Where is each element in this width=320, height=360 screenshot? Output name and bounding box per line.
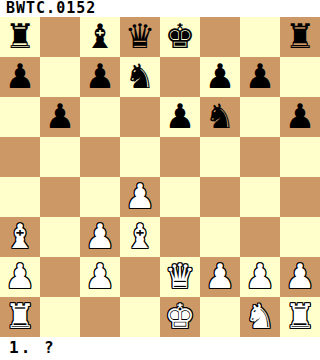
piece-black-pawn: ♟ <box>245 56 275 96</box>
square-e6[interactable]: ♟ <box>160 97 200 137</box>
square-b5[interactable] <box>40 137 80 177</box>
square-b2[interactable] <box>40 257 80 297</box>
square-b3[interactable] <box>40 217 80 257</box>
square-c1[interactable] <box>80 297 120 337</box>
square-h2[interactable]: ♟ <box>280 257 320 297</box>
square-g8[interactable] <box>240 17 280 57</box>
square-c5[interactable] <box>80 137 120 177</box>
piece-black-rook: ♜ <box>5 16 35 56</box>
square-f1[interactable] <box>200 297 240 337</box>
square-h6[interactable]: ♟ <box>280 97 320 137</box>
piece-white-pawn: ♟ <box>125 176 155 216</box>
square-f3[interactable] <box>200 217 240 257</box>
square-e1[interactable]: ♚ <box>160 297 200 337</box>
square-f4[interactable] <box>200 177 240 217</box>
square-e5[interactable] <box>160 137 200 177</box>
piece-white-bishop: ♝ <box>125 216 155 256</box>
square-d2[interactable] <box>120 257 160 297</box>
square-b4[interactable] <box>40 177 80 217</box>
square-f2[interactable]: ♟ <box>200 257 240 297</box>
square-b7[interactable] <box>40 57 80 97</box>
piece-white-rook: ♜ <box>5 296 35 336</box>
square-b1[interactable] <box>40 297 80 337</box>
square-a6[interactable] <box>0 97 40 137</box>
square-c6[interactable] <box>80 97 120 137</box>
piece-white-pawn: ♟ <box>5 256 35 296</box>
square-h1[interactable]: ♜ <box>280 297 320 337</box>
piece-white-bishop: ♝ <box>5 216 35 256</box>
square-f8[interactable] <box>200 17 240 57</box>
piece-black-knight: ♞ <box>125 56 155 96</box>
square-e7[interactable] <box>160 57 200 97</box>
square-d4[interactable]: ♟ <box>120 177 160 217</box>
piece-black-knight: ♞ <box>205 96 235 136</box>
square-e4[interactable] <box>160 177 200 217</box>
square-f5[interactable] <box>200 137 240 177</box>
square-d7[interactable]: ♞ <box>120 57 160 97</box>
piece-black-pawn: ♟ <box>165 96 195 136</box>
piece-black-queen: ♛ <box>125 16 155 56</box>
piece-black-king: ♚ <box>165 16 195 56</box>
piece-white-rook: ♜ <box>285 296 315 336</box>
square-d8[interactable]: ♛ <box>120 17 160 57</box>
square-d1[interactable] <box>120 297 160 337</box>
square-g7[interactable]: ♟ <box>240 57 280 97</box>
piece-white-pawn: ♟ <box>85 216 115 256</box>
square-g2[interactable]: ♟ <box>240 257 280 297</box>
piece-black-rook: ♜ <box>285 16 315 56</box>
square-b6[interactable]: ♟ <box>40 97 80 137</box>
square-d5[interactable] <box>120 137 160 177</box>
square-g3[interactable] <box>240 217 280 257</box>
square-a3[interactable]: ♝ <box>0 217 40 257</box>
square-c8[interactable]: ♝ <box>80 17 120 57</box>
square-g5[interactable] <box>240 137 280 177</box>
move-prompt: 1. ? <box>0 337 320 360</box>
square-a4[interactable] <box>0 177 40 217</box>
piece-white-knight: ♞ <box>245 296 275 336</box>
square-f6[interactable]: ♞ <box>200 97 240 137</box>
square-a1[interactable]: ♜ <box>0 297 40 337</box>
square-a2[interactable]: ♟ <box>0 257 40 297</box>
square-e8[interactable]: ♚ <box>160 17 200 57</box>
piece-white-pawn: ♟ <box>245 256 275 296</box>
piece-white-pawn: ♟ <box>205 256 235 296</box>
square-h5[interactable] <box>280 137 320 177</box>
piece-white-king: ♚ <box>165 296 195 336</box>
square-e3[interactable] <box>160 217 200 257</box>
square-d3[interactable]: ♝ <box>120 217 160 257</box>
square-a7[interactable]: ♟ <box>0 57 40 97</box>
square-g4[interactable] <box>240 177 280 217</box>
puzzle-id-title: BWTC.0152 <box>0 0 320 17</box>
piece-black-pawn: ♟ <box>45 96 75 136</box>
square-c7[interactable]: ♟ <box>80 57 120 97</box>
chess-board: ♜♝♛♚♜♟♟♞♟♟♟♟♞♟♟♝♟♝♟♟♛♟♟♟♜♚♞♜ <box>0 17 320 337</box>
piece-black-pawn: ♟ <box>85 56 115 96</box>
piece-black-pawn: ♟ <box>285 96 315 136</box>
square-h8[interactable]: ♜ <box>280 17 320 57</box>
square-a8[interactable]: ♜ <box>0 17 40 57</box>
piece-black-pawn: ♟ <box>5 56 35 96</box>
piece-white-queen: ♛ <box>165 256 195 296</box>
piece-black-bishop: ♝ <box>85 16 115 56</box>
piece-white-pawn: ♟ <box>85 256 115 296</box>
piece-white-pawn: ♟ <box>285 256 315 296</box>
square-c4[interactable] <box>80 177 120 217</box>
square-a5[interactable] <box>0 137 40 177</box>
square-h7[interactable] <box>280 57 320 97</box>
square-e2[interactable]: ♛ <box>160 257 200 297</box>
square-c3[interactable]: ♟ <box>80 217 120 257</box>
square-g1[interactable]: ♞ <box>240 297 280 337</box>
square-g6[interactable] <box>240 97 280 137</box>
piece-black-pawn: ♟ <box>205 56 235 96</box>
square-c2[interactable]: ♟ <box>80 257 120 297</box>
square-h3[interactable] <box>280 217 320 257</box>
square-b8[interactable] <box>40 17 80 57</box>
square-h4[interactable] <box>280 177 320 217</box>
square-d6[interactable] <box>120 97 160 137</box>
square-f7[interactable]: ♟ <box>200 57 240 97</box>
